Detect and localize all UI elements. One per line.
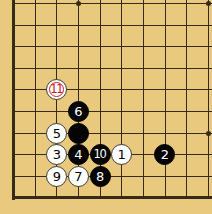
move-number: 6 xyxy=(74,105,82,118)
white-stone-c6[interactable]: 11 xyxy=(46,79,67,100)
go-board[interactable]: 1165341012978 xyxy=(0,0,212,214)
move-number: 7 xyxy=(74,170,82,183)
star-point-k10 xyxy=(206,1,211,6)
black-stone-d5[interactable]: 6 xyxy=(68,101,89,122)
move-number: 11 xyxy=(50,84,62,96)
white-stone-c4[interactable]: 5 xyxy=(46,123,67,144)
black-stone-e3[interactable]: 10 xyxy=(90,144,111,165)
move-number: 4 xyxy=(74,148,82,161)
move-number: 9 xyxy=(53,170,61,183)
black-stone-d3[interactable]: 4 xyxy=(68,144,89,165)
board-grid: 1165341012978 xyxy=(3,0,212,209)
black-stone-e2[interactable]: 8 xyxy=(90,166,111,187)
black-stone-d4[interactable] xyxy=(68,123,89,144)
star-point-k4 xyxy=(206,131,211,136)
white-stone-d2[interactable]: 7 xyxy=(68,166,89,187)
white-stone-c2[interactable]: 9 xyxy=(46,166,67,187)
black-stone-h3[interactable]: 2 xyxy=(154,144,175,165)
move-number: 8 xyxy=(96,170,104,183)
move-number: 5 xyxy=(53,127,61,140)
white-stone-c3[interactable]: 3 xyxy=(46,144,67,165)
star-point-d10 xyxy=(76,1,81,6)
move-number: 10 xyxy=(93,149,105,161)
move-number: 3 xyxy=(53,148,61,161)
move-number: 1 xyxy=(118,148,126,161)
white-stone-f3[interactable]: 1 xyxy=(111,144,132,165)
move-number: 2 xyxy=(161,148,169,161)
